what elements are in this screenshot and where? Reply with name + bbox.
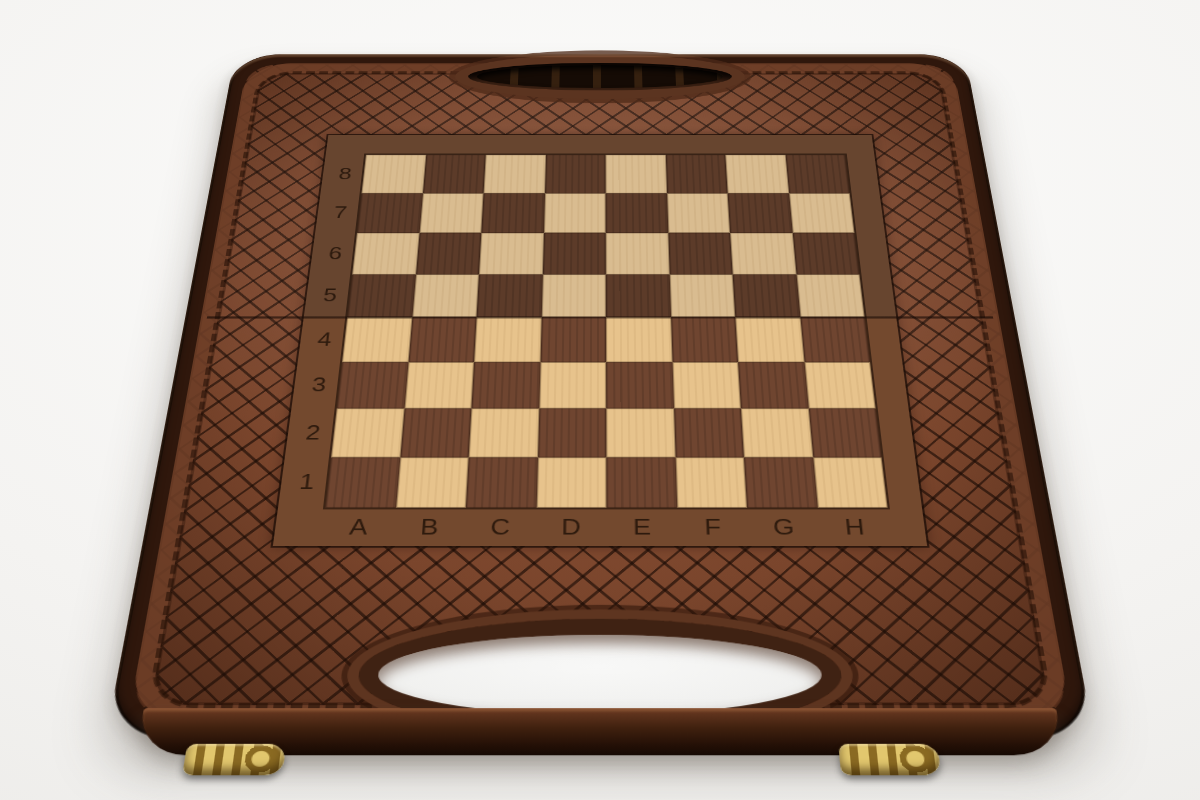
board-squares [325,155,887,508]
square-h3 [804,362,876,409]
square-a1 [325,457,400,508]
square-c4 [474,317,541,362]
square-b5 [412,274,479,317]
file-label-b: B [392,508,466,546]
square-e2 [606,408,675,457]
square-f6 [668,233,733,274]
square-g3 [738,362,808,409]
square-a3 [337,362,408,409]
square-g8 [725,155,788,193]
square-b4 [408,317,477,362]
square-b3 [404,362,474,409]
file-label-d: D [535,508,606,546]
case-top-surface: 87654321 ABCDEFGH [106,54,1095,738]
square-b6 [416,233,482,274]
square-h1 [813,457,888,508]
square-d3 [539,362,606,409]
square-a5 [347,274,415,317]
chess-board: 87654321 ABCDEFGH [273,135,927,546]
rank-label-4: 4 [302,317,347,362]
square-a8 [362,155,426,193]
square-g6 [730,233,796,274]
square-d8 [545,155,606,193]
square-e1 [606,457,676,508]
square-e6 [606,233,670,274]
square-f5 [669,274,735,317]
square-b7 [419,193,483,233]
square-f7 [667,193,730,233]
square-c7 [481,193,544,233]
square-e3 [606,362,673,409]
brass-clasp-left [182,744,286,775]
square-d5 [541,274,606,317]
file-label-e: E [606,508,678,546]
square-f8 [665,155,727,193]
square-f4 [671,317,738,362]
square-g1 [744,457,817,508]
square-c2 [469,408,539,457]
square-g7 [728,193,793,233]
brass-clasp-right [838,744,941,775]
rank-label-5: 5 [308,274,352,317]
square-e4 [606,317,672,362]
square-c3 [471,362,540,409]
file-label-c: C [464,508,536,546]
square-e7 [606,193,668,233]
square-f3 [672,362,741,409]
photo-backdrop: 87654321 ABCDEFGH [0,0,1200,800]
square-e8 [605,155,666,193]
square-a7 [357,193,423,233]
square-a2 [331,408,404,457]
rank-label-6: 6 [313,233,356,274]
square-g5 [733,274,800,317]
square-c8 [484,155,546,193]
file-label-h: H [817,508,892,546]
square-h2 [808,408,881,457]
square-h6 [792,233,859,274]
square-c5 [477,274,543,317]
chess-case: 87654321 ABCDEFGH [106,54,1095,738]
square-d7 [544,193,606,233]
rank-label-8: 8 [324,155,366,193]
rank-label-3: 3 [296,362,343,409]
square-f1 [675,457,747,508]
square-c1 [466,457,538,508]
file-label-g: G [747,508,821,546]
square-h8 [785,155,850,193]
square-g2 [741,408,813,457]
top-handle-slot [453,54,746,99]
file-label-a: A [321,508,396,546]
square-g4 [735,317,804,362]
square-h4 [800,317,870,362]
square-e5 [606,274,671,317]
square-b8 [423,155,486,193]
rank-label-1: 1 [282,457,331,508]
square-c6 [479,233,544,274]
file-label-f: F [677,508,750,546]
top-handle-scalloped-opening [476,65,724,88]
file-labels: ABCDEFGH [321,508,892,546]
square-b2 [400,408,472,457]
rank-label-7: 7 [319,193,362,233]
square-b1 [396,457,469,508]
square-h7 [789,193,855,233]
square-h5 [796,274,865,317]
square-d2 [537,408,606,457]
square-a4 [342,317,412,362]
square-d1 [536,457,606,508]
rank-label-2: 2 [289,408,337,457]
square-a6 [352,233,419,274]
square-f2 [674,408,744,457]
square-d4 [540,317,606,362]
square-d6 [542,233,605,274]
